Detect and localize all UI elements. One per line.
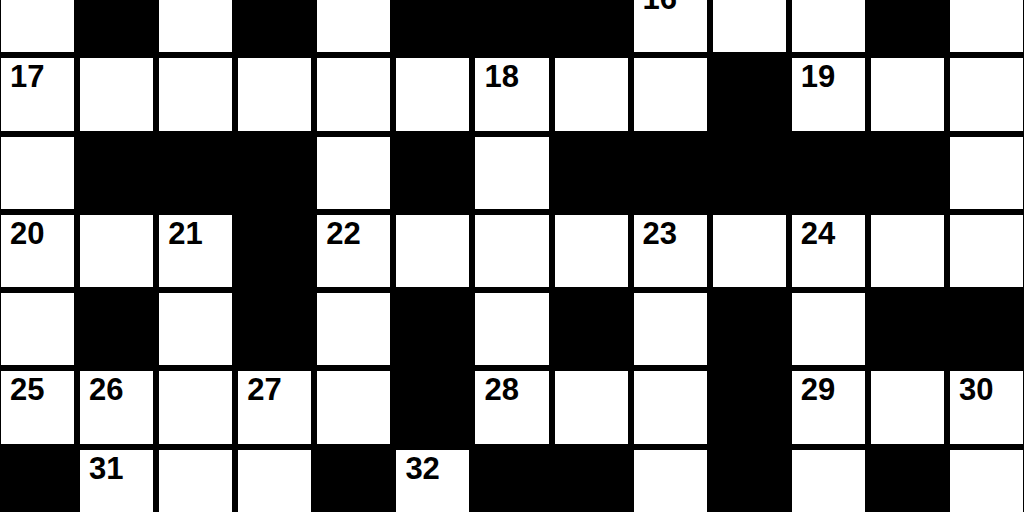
clue-number: 18	[475, 58, 548, 92]
white-cell[interactable]	[950, 450, 1023, 512]
white-cell[interactable]	[871, 371, 944, 443]
white-cell[interactable]	[1, 293, 74, 365]
black-cell	[713, 58, 786, 130]
clue-number: 25	[1, 371, 74, 405]
black-cell	[871, 450, 944, 512]
white-cell[interactable]	[317, 58, 390, 130]
black-cell	[555, 137, 628, 209]
white-cell[interactable]	[950, 215, 1023, 287]
black-cell	[1, 450, 74, 512]
white-cell[interactable]	[159, 58, 232, 130]
white-cell[interactable]: 20	[1, 215, 74, 287]
black-cell	[555, 450, 628, 512]
black-cell	[713, 450, 786, 512]
black-cell	[950, 293, 1023, 365]
black-cell	[713, 293, 786, 365]
white-cell[interactable]	[396, 215, 469, 287]
white-cell[interactable]	[871, 215, 944, 287]
white-cell[interactable]	[475, 293, 548, 365]
clue-number: 28	[475, 371, 548, 405]
white-cell[interactable]	[317, 0, 390, 52]
black-cell	[396, 371, 469, 443]
clue-number: 20	[1, 215, 74, 249]
white-cell[interactable]: 24	[792, 215, 865, 287]
white-cell[interactable]: 28	[475, 371, 548, 443]
clue-number: 32	[396, 450, 469, 484]
crossword-board: 1617181920212223242526272829303132	[0, 0, 1024, 512]
white-cell[interactable]	[950, 0, 1023, 52]
white-cell[interactable]	[950, 137, 1023, 209]
white-cell[interactable]: 22	[317, 215, 390, 287]
black-cell	[396, 137, 469, 209]
clue-number: 22	[317, 215, 390, 249]
black-cell	[238, 215, 311, 287]
white-cell[interactable]	[159, 450, 232, 512]
clue-number: 24	[792, 215, 865, 249]
white-cell[interactable]	[159, 0, 232, 52]
clue-number: 31	[80, 450, 153, 484]
black-cell	[871, 293, 944, 365]
white-cell[interactable]	[396, 58, 469, 130]
white-cell[interactable]	[555, 371, 628, 443]
white-cell[interactable]	[634, 371, 707, 443]
white-cell[interactable]: 21	[159, 215, 232, 287]
white-cell[interactable]: 27	[238, 371, 311, 443]
white-cell[interactable]	[317, 137, 390, 209]
white-cell[interactable]: 30	[950, 371, 1023, 443]
black-cell	[871, 137, 944, 209]
clue-number: 21	[159, 215, 232, 249]
white-cell[interactable]	[555, 215, 628, 287]
white-cell[interactable]	[634, 450, 707, 512]
white-cell[interactable]: 23	[634, 215, 707, 287]
black-cell	[317, 450, 390, 512]
black-cell	[80, 293, 153, 365]
white-cell[interactable]	[634, 293, 707, 365]
white-cell[interactable]	[871, 58, 944, 130]
white-cell[interactable]	[713, 0, 786, 52]
black-cell	[238, 0, 311, 52]
white-cell[interactable]	[317, 293, 390, 365]
black-cell	[634, 137, 707, 209]
white-cell[interactable]: 25	[1, 371, 74, 443]
white-cell[interactable]: 26	[80, 371, 153, 443]
white-cell[interactable]: 32	[396, 450, 469, 512]
clue-number: 27	[238, 371, 311, 405]
white-cell[interactable]	[950, 58, 1023, 130]
white-cell[interactable]	[792, 0, 865, 52]
black-cell	[396, 293, 469, 365]
black-cell	[238, 137, 311, 209]
clue-number: 30	[950, 371, 1023, 405]
clue-number: 23	[634, 215, 707, 249]
black-cell	[80, 0, 153, 52]
white-cell[interactable]: 19	[792, 58, 865, 130]
white-cell[interactable]	[159, 371, 232, 443]
white-cell[interactable]	[1, 0, 74, 52]
black-cell	[713, 137, 786, 209]
white-cell[interactable]	[159, 293, 232, 365]
clue-number: 17	[1, 58, 74, 92]
white-cell[interactable]	[317, 371, 390, 443]
white-cell[interactable]: 16	[634, 0, 707, 52]
black-cell	[871, 0, 944, 52]
clue-number: 29	[792, 371, 865, 405]
clue-number: 19	[792, 58, 865, 92]
black-cell	[80, 137, 153, 209]
white-cell[interactable]	[1, 137, 74, 209]
black-cell	[555, 0, 628, 52]
white-cell[interactable]	[238, 58, 311, 130]
white-cell[interactable]	[713, 215, 786, 287]
white-cell[interactable]: 18	[475, 58, 548, 130]
white-cell[interactable]	[634, 58, 707, 130]
white-cell[interactable]	[475, 137, 548, 209]
clue-number: 26	[80, 371, 153, 405]
white-cell[interactable]: 31	[80, 450, 153, 512]
clue-number: 16	[634, 0, 707, 14]
black-cell	[238, 293, 311, 365]
black-cell	[713, 371, 786, 443]
black-cell	[792, 137, 865, 209]
white-cell[interactable]	[792, 293, 865, 365]
white-cell[interactable]: 17	[1, 58, 74, 130]
black-cell	[555, 293, 628, 365]
white-cell[interactable]	[238, 450, 311, 512]
black-cell	[396, 0, 469, 52]
white-cell[interactable]	[80, 215, 153, 287]
white-cell[interactable]	[80, 58, 153, 130]
black-cell	[475, 0, 548, 52]
white-cell[interactable]	[475, 215, 548, 287]
white-cell[interactable]: 29	[792, 371, 865, 443]
black-cell	[159, 137, 232, 209]
black-cell	[475, 450, 548, 512]
white-cell[interactable]	[792, 450, 865, 512]
white-cell[interactable]	[555, 58, 628, 130]
